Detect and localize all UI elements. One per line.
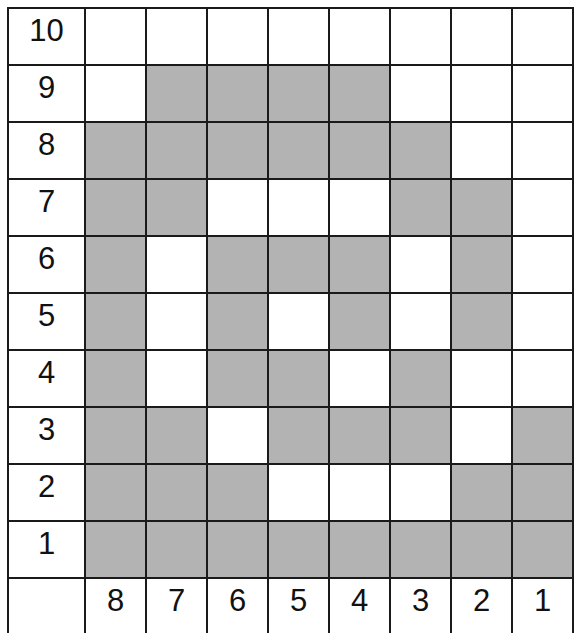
row-label-6: 6 [9, 237, 86, 294]
row-label-8: 8 [9, 123, 86, 180]
grid-cell-r8-c4[interactable] [330, 123, 391, 180]
col-label-2: 2 [452, 579, 513, 633]
grid-cell-r2-c6[interactable] [208, 465, 269, 522]
grid-cell-r2-c5[interactable] [269, 465, 330, 522]
grid-cell-r10-c1[interactable] [513, 9, 574, 66]
grid-cell-r7-c4[interactable] [330, 180, 391, 237]
grid-cell-r5-c4[interactable] [330, 294, 391, 351]
grid-cell-r5-c6[interactable] [208, 294, 269, 351]
grid-cell-r8-c6[interactable] [208, 123, 269, 180]
puzzle-grid-board: 1098765432187654321 [7, 7, 574, 633]
row-label-7: 7 [9, 180, 86, 237]
grid-cell-r4-c8[interactable] [86, 351, 147, 408]
grid-cell-r5-c8[interactable] [86, 294, 147, 351]
grid-cell-r3-c2[interactable] [452, 408, 513, 465]
col-label-6: 6 [208, 579, 269, 633]
grid-cell-r1-c5[interactable] [269, 522, 330, 579]
grid-cell-r3-c4[interactable] [330, 408, 391, 465]
grid-cell-r9-c5[interactable] [269, 66, 330, 123]
col-label-8: 8 [86, 579, 147, 633]
col-label-5: 5 [269, 579, 330, 633]
grid-cell-r4-c2[interactable] [452, 351, 513, 408]
grid-cell-r5-c3[interactable] [391, 294, 452, 351]
grid-cell-r1-c6[interactable] [208, 522, 269, 579]
grid-cell-r9-c3[interactable] [391, 66, 452, 123]
grid-cell-r1-c4[interactable] [330, 522, 391, 579]
col-label-4: 4 [330, 579, 391, 633]
row-label-3: 3 [9, 408, 86, 465]
grid-cell-r5-c1[interactable] [513, 294, 574, 351]
grid-cell-r9-c4[interactable] [330, 66, 391, 123]
grid-cell-r1-c2[interactable] [452, 522, 513, 579]
grid-cell-r5-c5[interactable] [269, 294, 330, 351]
grid-cell-r10-c8[interactable] [86, 9, 147, 66]
row-label-4: 4 [9, 351, 86, 408]
grid-cell-r6-c3[interactable] [391, 237, 452, 294]
grid-cell-r9-c1[interactable] [513, 66, 574, 123]
grid-cell-r6-c4[interactable] [330, 237, 391, 294]
grid-cell-r8-c2[interactable] [452, 123, 513, 180]
grid-cell-r7-c3[interactable] [391, 180, 452, 237]
grid-cell-r9-c2[interactable] [452, 66, 513, 123]
col-label-1: 1 [513, 579, 574, 633]
grid-cell-r2-c2[interactable] [452, 465, 513, 522]
col-label-7: 7 [147, 579, 208, 633]
grid-cell-r7-c8[interactable] [86, 180, 147, 237]
puzzle-page: 1098765432187654321 [0, 0, 576, 633]
grid-cell-r10-c7[interactable] [147, 9, 208, 66]
grid-cell-r2-c1[interactable] [513, 465, 574, 522]
grid-cell-r2-c7[interactable] [147, 465, 208, 522]
grid-cell-r2-c8[interactable] [86, 465, 147, 522]
grid-cell-r5-c2[interactable] [452, 294, 513, 351]
grid-cell-r2-c3[interactable] [391, 465, 452, 522]
grid-cell-r6-c2[interactable] [452, 237, 513, 294]
row-label-1: 1 [9, 522, 86, 579]
corner-cell [9, 579, 86, 633]
grid-cell-r2-c4[interactable] [330, 465, 391, 522]
grid-cell-r10-c6[interactable] [208, 9, 269, 66]
grid-cell-r4-c6[interactable] [208, 351, 269, 408]
grid-cell-r8-c8[interactable] [86, 123, 147, 180]
grid-cell-r4-c3[interactable] [391, 351, 452, 408]
grid-cell-r3-c1[interactable] [513, 408, 574, 465]
grid-cell-r6-c7[interactable] [147, 237, 208, 294]
grid-cell-r6-c8[interactable] [86, 237, 147, 294]
grid-cell-r5-c7[interactable] [147, 294, 208, 351]
grid-cell-r3-c8[interactable] [86, 408, 147, 465]
grid-cell-r8-c7[interactable] [147, 123, 208, 180]
grid-cell-r8-c3[interactable] [391, 123, 452, 180]
col-label-3: 3 [391, 579, 452, 633]
grid-cell-r10-c5[interactable] [269, 9, 330, 66]
grid-cell-r8-c1[interactable] [513, 123, 574, 180]
grid-cell-r9-c8[interactable] [86, 66, 147, 123]
grid-cell-r6-c6[interactable] [208, 237, 269, 294]
grid-cell-r10-c3[interactable] [391, 9, 452, 66]
grid-cell-r7-c7[interactable] [147, 180, 208, 237]
grid-cell-r1-c7[interactable] [147, 522, 208, 579]
grid-cell-r1-c3[interactable] [391, 522, 452, 579]
row-label-10: 10 [9, 9, 86, 66]
grid-cell-r3-c6[interactable] [208, 408, 269, 465]
grid-cell-r3-c3[interactable] [391, 408, 452, 465]
grid-cell-r6-c1[interactable] [513, 237, 574, 294]
grid-cell-r1-c8[interactable] [86, 522, 147, 579]
grid-cell-r4-c5[interactable] [269, 351, 330, 408]
grid-cell-r4-c1[interactable] [513, 351, 574, 408]
grid-cell-r7-c1[interactable] [513, 180, 574, 237]
grid-cell-r8-c5[interactable] [269, 123, 330, 180]
grid-cell-r3-c7[interactable] [147, 408, 208, 465]
grid-cell-r4-c7[interactable] [147, 351, 208, 408]
grid-cell-r4-c4[interactable] [330, 351, 391, 408]
row-label-9: 9 [9, 66, 86, 123]
grid-cell-r7-c6[interactable] [208, 180, 269, 237]
grid-cell-r1-c1[interactable] [513, 522, 574, 579]
grid-cell-r7-c2[interactable] [452, 180, 513, 237]
grid-cell-r10-c4[interactable] [330, 9, 391, 66]
grid-cell-r9-c7[interactable] [147, 66, 208, 123]
row-label-5: 5 [9, 294, 86, 351]
row-label-2: 2 [9, 465, 86, 522]
grid-cell-r9-c6[interactable] [208, 66, 269, 123]
grid-cell-r3-c5[interactable] [269, 408, 330, 465]
grid-cell-r10-c2[interactable] [452, 9, 513, 66]
grid-cell-r7-c5[interactable] [269, 180, 330, 237]
grid-cell-r6-c5[interactable] [269, 237, 330, 294]
